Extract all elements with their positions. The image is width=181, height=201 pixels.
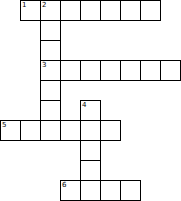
- grid-cell-r6c0[interactable]: 5: [0, 120, 21, 141]
- grid-cell-r6c4[interactable]: [80, 120, 101, 141]
- grid-cell-r9c3[interactable]: 6: [60, 180, 81, 201]
- grid-cell-r7c4[interactable]: [80, 140, 101, 161]
- clue-number: 3: [42, 61, 46, 69]
- grid-cell-r0c1[interactable]: 1: [20, 0, 41, 21]
- grid-cell-r3c7[interactable]: [140, 60, 161, 81]
- grid-cell-r9c5[interactable]: [100, 180, 121, 201]
- grid-cell-r9c4[interactable]: [80, 180, 101, 201]
- clue-number: 1: [22, 1, 26, 9]
- grid-cell-r5c4[interactable]: 4: [80, 100, 101, 121]
- grid-cell-r3c2[interactable]: 3: [40, 60, 61, 81]
- grid-cell-r0c7[interactable]: [140, 0, 161, 21]
- grid-cell-r3c6[interactable]: [120, 60, 141, 81]
- grid-cell-r3c3[interactable]: [60, 60, 81, 81]
- grid-cell-r1c2[interactable]: [40, 20, 61, 41]
- grid-cell-r6c1[interactable]: [20, 120, 41, 141]
- grid-cell-r0c2[interactable]: 2: [40, 0, 61, 21]
- grid-cell-r8c4[interactable]: [80, 160, 101, 181]
- grid-cell-r3c5[interactable]: [100, 60, 121, 81]
- grid-cell-r3c4[interactable]: [80, 60, 101, 81]
- clue-number: 4: [82, 101, 86, 109]
- clue-number: 6: [62, 181, 66, 189]
- clue-number: 2: [42, 1, 46, 9]
- crossword-grid: 123456: [0, 0, 181, 201]
- grid-cell-r9c6[interactable]: [120, 180, 141, 201]
- grid-cell-r0c5[interactable]: [100, 0, 121, 21]
- grid-cell-r6c3[interactable]: [60, 120, 81, 141]
- grid-cell-r0c4[interactable]: [80, 0, 101, 21]
- grid-cell-r4c2[interactable]: [40, 80, 61, 101]
- grid-cell-r6c5[interactable]: [100, 120, 121, 141]
- grid-cell-r5c2[interactable]: [40, 100, 61, 121]
- grid-cell-r3c8[interactable]: [160, 60, 181, 81]
- grid-cell-r2c2[interactable]: [40, 40, 61, 61]
- grid-cell-r6c2[interactable]: [40, 120, 61, 141]
- clue-number: 5: [2, 121, 6, 129]
- grid-cell-r0c6[interactable]: [120, 0, 141, 21]
- grid-cell-r0c3[interactable]: [60, 0, 81, 21]
